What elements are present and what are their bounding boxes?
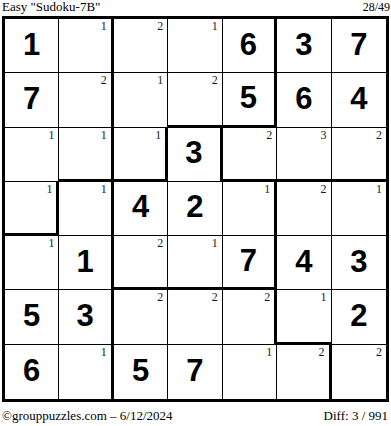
given-digit: 4 <box>277 236 330 289</box>
cell-r6c3[interactable]: 2 <box>114 290 168 344</box>
puzzle-title: Easy "Sudoku-7B" <box>2 0 100 14</box>
corner-mark: 2 <box>212 290 218 304</box>
corner-mark: 2 <box>321 182 327 196</box>
corner-mark: 2 <box>376 128 382 142</box>
given-digit: 5 <box>5 290 58 343</box>
cell-r1c6[interactable]: 3 <box>277 19 331 73</box>
difficulty-text: Diff: 3 / 991 <box>324 408 388 424</box>
cell-r2c2[interactable]: 2 <box>59 73 113 127</box>
cell-r3c5[interactable]: 2 <box>223 128 277 182</box>
cell-r6c2[interactable]: 3 <box>59 290 113 344</box>
cell-r4c3[interactable]: 4 <box>114 182 168 236</box>
given-digit: 4 <box>114 182 167 235</box>
cell-r1c4[interactable]: 1 <box>168 19 222 73</box>
corner-mark: 1 <box>264 182 270 196</box>
cell-r5c5[interactable]: 7 <box>223 236 277 290</box>
cell-r3c3[interactable]: 1 <box>114 128 168 182</box>
given-digit: 1 <box>59 236 110 289</box>
corner-mark: 2 <box>157 290 163 304</box>
cell-r5c7[interactable]: 3 <box>332 236 386 290</box>
cell-r1c7[interactable]: 7 <box>332 19 386 73</box>
cell-r5c6[interactable]: 4 <box>277 236 331 290</box>
cell-r3c6[interactable]: 3 <box>277 128 331 182</box>
cell-r6c5[interactable]: 2 <box>223 290 277 344</box>
cell-r4c4[interactable]: 2 <box>168 182 222 236</box>
cell-r7c2[interactable]: 1 <box>59 345 113 399</box>
given-digit: 1 <box>5 19 58 72</box>
cell-r4c2[interactable]: 1 <box>59 182 113 236</box>
header: Easy "Sudoku-7B" 28/49 <box>2 0 390 15</box>
cell-r6c4[interactable]: 2 <box>168 290 222 344</box>
given-digit: 7 <box>332 19 386 72</box>
footer: ©grouppuzzles.com – 6/12/2024 Diff: 3 / … <box>2 407 388 424</box>
corner-mark: 2 <box>376 345 382 359</box>
given-digit: 7 <box>5 73 58 126</box>
corner-mark: 1 <box>101 128 107 142</box>
given-digit: 6 <box>5 345 58 399</box>
corner-mark: 2 <box>264 290 270 304</box>
cell-r5c4[interactable]: 1 <box>168 236 222 290</box>
cell-r6c1[interactable]: 5 <box>5 290 59 344</box>
corner-mark: 1 <box>266 345 272 359</box>
cell-r1c3[interactable]: 2 <box>114 19 168 73</box>
cell-r5c3[interactable]: 2 <box>114 236 168 290</box>
given-digit: 2 <box>332 290 386 343</box>
corner-mark: 2 <box>212 73 218 87</box>
cell-r2c6[interactable]: 6 <box>277 73 331 127</box>
corner-mark: 1 <box>212 236 218 250</box>
cell-r4c7[interactable]: 1 <box>332 182 386 236</box>
corner-mark: 1 <box>48 128 54 142</box>
cell-r2c4[interactable]: 2 <box>168 73 222 127</box>
corner-mark: 1 <box>321 290 327 304</box>
corner-mark: 2 <box>319 345 325 359</box>
cell-r2c1[interactable]: 7 <box>5 73 59 127</box>
corner-mark: 1 <box>376 182 382 196</box>
corner-mark: 1 <box>48 236 54 250</box>
corner-mark: 1 <box>155 128 161 142</box>
cell-r7c7[interactable]: 2 <box>332 345 386 399</box>
cell-r4c6[interactable]: 2 <box>277 182 331 236</box>
cell-r7c4[interactable]: 7 <box>168 345 222 399</box>
cell-r5c2[interactable]: 1 <box>59 236 113 290</box>
cell-r3c4[interactable]: 3 <box>168 128 222 182</box>
corner-mark: 2 <box>157 19 163 33</box>
cell-r7c1[interactable]: 6 <box>5 345 59 399</box>
corner-mark: 2 <box>157 236 163 250</box>
given-digit: 3 <box>59 290 110 343</box>
cell-r1c5[interactable]: 6 <box>223 19 277 73</box>
corner-mark: 2 <box>101 73 107 87</box>
given-digit: 2 <box>168 182 221 235</box>
given-digit: 5 <box>223 73 274 124</box>
cell-r1c1[interactable]: 1 <box>5 19 59 73</box>
cell-r6c7[interactable]: 2 <box>332 290 386 344</box>
given-digit: 3 <box>277 19 330 72</box>
cell-r2c3[interactable]: 1 <box>114 73 168 127</box>
cell-r1c2[interactable]: 1 <box>59 19 113 73</box>
corner-mark: 1 <box>212 19 218 33</box>
corner-mark: 1 <box>46 182 52 196</box>
cell-r3c2[interactable]: 1 <box>59 128 113 182</box>
given-digit: 6 <box>277 73 330 126</box>
cell-r7c3[interactable]: 5 <box>114 345 168 399</box>
given-digit: 6 <box>223 19 274 72</box>
cell-r4c1[interactable]: 1 <box>5 182 59 236</box>
given-digit: 5 <box>114 345 167 399</box>
cell-r7c6[interactable]: 2 <box>277 345 331 399</box>
given-digit: 4 <box>332 73 386 126</box>
cell-r7c5[interactable]: 1 <box>223 345 277 399</box>
corner-mark: 1 <box>101 345 107 359</box>
corner-mark: 1 <box>157 73 163 87</box>
cell-r4c5[interactable]: 1 <box>223 182 277 236</box>
cell-r2c7[interactable]: 4 <box>332 73 386 127</box>
cell-r3c7[interactable]: 2 <box>332 128 386 182</box>
given-digit: 7 <box>168 345 221 399</box>
corner-mark: 1 <box>101 19 107 33</box>
cell-r2c5[interactable]: 5 <box>223 73 277 127</box>
copyright-text: ©grouppuzzles.com – 6/12/2024 <box>2 408 173 424</box>
sudoku-board: 1121637721256411132321142121112174353222… <box>2 16 389 402</box>
corner-mark: 2 <box>266 128 272 142</box>
cell-r6c6[interactable]: 1 <box>277 290 331 344</box>
given-digit: 7 <box>223 236 274 287</box>
given-digit: 3 <box>332 236 386 289</box>
corner-mark: 1 <box>101 182 107 196</box>
given-digit: 3 <box>168 128 219 181</box>
progress-counter: 28/49 <box>363 0 390 14</box>
cell-r5c1[interactable]: 1 <box>5 236 59 290</box>
corner-mark: 3 <box>321 128 327 142</box>
cell-r3c1[interactable]: 1 <box>5 128 59 182</box>
